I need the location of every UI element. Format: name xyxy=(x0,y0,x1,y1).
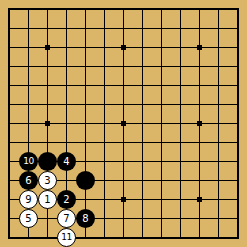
board-intersection[interactable] xyxy=(152,209,171,228)
white-stone: 3 xyxy=(38,171,57,190)
board-intersection[interactable] xyxy=(76,152,95,171)
board-intersection[interactable] xyxy=(57,38,76,57)
board-intersection[interactable] xyxy=(190,76,209,95)
board-intersection[interactable] xyxy=(57,114,76,133)
board-intersection[interactable] xyxy=(0,76,19,95)
board-intersection[interactable] xyxy=(95,133,114,152)
board-intersection[interactable] xyxy=(38,133,57,152)
board-intersection[interactable] xyxy=(190,228,209,247)
board-intersection[interactable] xyxy=(19,0,38,19)
board-intersection[interactable] xyxy=(228,152,247,171)
board-intersection[interactable] xyxy=(152,19,171,38)
board-intersection[interactable] xyxy=(95,171,114,190)
board-intersection[interactable] xyxy=(152,171,171,190)
board-intersection[interactable] xyxy=(0,38,19,57)
move-number: 3 xyxy=(44,176,50,186)
black-stone: 10 xyxy=(19,152,38,171)
board-intersection[interactable] xyxy=(190,133,209,152)
board-intersection[interactable] xyxy=(38,38,57,57)
move-number: 10 xyxy=(23,157,33,166)
board-intersection[interactable] xyxy=(95,114,114,133)
move-number: 2 xyxy=(63,195,69,205)
board-intersection[interactable] xyxy=(228,76,247,95)
board-intersection[interactable] xyxy=(228,190,247,209)
board-intersection[interactable] xyxy=(57,76,76,95)
board-intersection[interactable] xyxy=(0,95,19,114)
board-intersection[interactable]: 5 xyxy=(19,209,38,228)
board-intersection[interactable] xyxy=(76,171,95,190)
hoshi-point xyxy=(121,121,126,126)
white-stone: 7 xyxy=(57,209,76,228)
board-intersection[interactable]: 3 xyxy=(38,171,57,190)
board-intersection[interactable] xyxy=(76,76,95,95)
board-intersection[interactable] xyxy=(76,95,95,114)
board-intersection[interactable] xyxy=(19,57,38,76)
board-intersection[interactable] xyxy=(114,171,133,190)
board-intersection[interactable] xyxy=(19,76,38,95)
black-stone: 6 xyxy=(19,171,38,190)
move-number: 8 xyxy=(82,214,88,224)
board-intersection[interactable] xyxy=(95,76,114,95)
board-intersection[interactable] xyxy=(114,38,133,57)
board-intersection[interactable] xyxy=(0,209,19,228)
board-intersection[interactable] xyxy=(57,19,76,38)
board-intersection[interactable] xyxy=(228,228,247,247)
board-intersection[interactable] xyxy=(228,0,247,19)
board-intersection[interactable] xyxy=(76,19,95,38)
board-intersection[interactable] xyxy=(133,171,152,190)
board-intersection[interactable] xyxy=(171,95,190,114)
board-intersection[interactable] xyxy=(171,152,190,171)
board-intersection[interactable] xyxy=(133,95,152,114)
board-intersection[interactable] xyxy=(38,228,57,247)
board-intersection[interactable] xyxy=(152,76,171,95)
board-intersection[interactable] xyxy=(38,76,57,95)
board-intersection[interactable] xyxy=(76,38,95,57)
board-intersection[interactable] xyxy=(209,228,228,247)
black-stone xyxy=(38,152,57,171)
board-intersection[interactable] xyxy=(152,114,171,133)
board-intersection[interactable] xyxy=(38,0,57,19)
hoshi-point xyxy=(197,197,202,202)
board-intersection[interactable] xyxy=(19,95,38,114)
move-number: 6 xyxy=(25,176,31,186)
board-intersection[interactable] xyxy=(133,19,152,38)
board-intersection[interactable] xyxy=(190,114,209,133)
board-intersection[interactable] xyxy=(114,133,133,152)
white-stone: 11 xyxy=(57,228,76,247)
board-intersection[interactable] xyxy=(171,190,190,209)
board-intersection[interactable] xyxy=(171,114,190,133)
board-intersection[interactable] xyxy=(228,95,247,114)
board-intersection[interactable] xyxy=(95,228,114,247)
board-intersection[interactable] xyxy=(190,38,209,57)
board-intersection[interactable] xyxy=(133,0,152,19)
board-intersection[interactable] xyxy=(171,57,190,76)
board-intersection[interactable] xyxy=(114,57,133,76)
board-intersection[interactable] xyxy=(76,133,95,152)
board-intersection[interactable] xyxy=(133,76,152,95)
board-intersection[interactable]: 6 xyxy=(19,171,38,190)
move-number: 9 xyxy=(25,195,31,205)
board-intersection[interactable] xyxy=(0,57,19,76)
board-intersection[interactable] xyxy=(95,209,114,228)
board-intersection[interactable] xyxy=(209,0,228,19)
board-intersection[interactable] xyxy=(152,38,171,57)
board-intersection[interactable] xyxy=(171,228,190,247)
board-intersection[interactable] xyxy=(190,152,209,171)
board-intersection[interactable] xyxy=(171,38,190,57)
board-intersection[interactable] xyxy=(152,133,171,152)
board-intersection[interactable] xyxy=(0,19,19,38)
board-intersection[interactable] xyxy=(190,190,209,209)
board-intersection[interactable] xyxy=(19,133,38,152)
black-stone: 2 xyxy=(57,190,76,209)
hoshi-point xyxy=(197,121,202,126)
board-intersection[interactable]: 11 xyxy=(57,228,76,247)
board-intersection[interactable] xyxy=(209,95,228,114)
board-intersection[interactable] xyxy=(57,133,76,152)
board-intersection[interactable] xyxy=(228,209,247,228)
board-intersection[interactable] xyxy=(209,114,228,133)
white-stone: 5 xyxy=(19,209,38,228)
board-intersection[interactable] xyxy=(114,95,133,114)
board-intersection[interactable] xyxy=(95,95,114,114)
board-intersection[interactable] xyxy=(190,19,209,38)
board-intersection[interactable] xyxy=(114,19,133,38)
white-stone: 1 xyxy=(38,190,57,209)
board-intersection[interactable] xyxy=(76,114,95,133)
black-stone xyxy=(76,171,95,190)
board-intersection[interactable] xyxy=(95,19,114,38)
board-intersection[interactable] xyxy=(228,171,247,190)
board-intersection[interactable] xyxy=(133,228,152,247)
board-intersection[interactable] xyxy=(228,38,247,57)
board-intersection[interactable] xyxy=(76,0,95,19)
board-intersection[interactable] xyxy=(209,171,228,190)
board-intersection[interactable] xyxy=(133,152,152,171)
board-intersection[interactable] xyxy=(114,114,133,133)
board-intersection[interactable] xyxy=(114,190,133,209)
board-intersection[interactable] xyxy=(190,57,209,76)
board-intersection[interactable] xyxy=(114,0,133,19)
hoshi-point xyxy=(45,121,50,126)
board-intersection[interactable] xyxy=(152,152,171,171)
board-intersection[interactable] xyxy=(133,133,152,152)
board-intersection[interactable] xyxy=(76,228,95,247)
board-intersection[interactable] xyxy=(209,38,228,57)
board-intersection[interactable] xyxy=(171,76,190,95)
board-intersection[interactable] xyxy=(190,171,209,190)
board-intersection[interactable] xyxy=(133,190,152,209)
board-intersection[interactable] xyxy=(190,95,209,114)
hoshi-point xyxy=(121,197,126,202)
board-intersection[interactable] xyxy=(95,190,114,209)
board-intersection[interactable] xyxy=(95,57,114,76)
board-intersection[interactable] xyxy=(19,19,38,38)
hoshi-point xyxy=(45,45,50,50)
hoshi-point xyxy=(197,45,202,50)
move-number: 11 xyxy=(61,233,71,242)
board-intersection[interactable] xyxy=(171,209,190,228)
board-intersection[interactable] xyxy=(133,57,152,76)
board-intersection[interactable] xyxy=(209,76,228,95)
board-intersection[interactable] xyxy=(228,19,247,38)
board-intersection[interactable] xyxy=(114,209,133,228)
board-intersection[interactable] xyxy=(0,152,19,171)
board-intersection[interactable] xyxy=(133,114,152,133)
board-intersection[interactable] xyxy=(38,19,57,38)
board-intersection[interactable] xyxy=(209,152,228,171)
board-intersection[interactable]: 2 xyxy=(57,190,76,209)
board-intersection[interactable] xyxy=(152,57,171,76)
board-intersection[interactable] xyxy=(95,0,114,19)
board-intersection[interactable]: 10 xyxy=(19,152,38,171)
board-intersection[interactable] xyxy=(38,152,57,171)
board-intersection[interactable] xyxy=(114,228,133,247)
board-intersection[interactable] xyxy=(114,76,133,95)
board-intersection[interactable] xyxy=(133,38,152,57)
board-intersection[interactable] xyxy=(152,190,171,209)
board-intersection[interactable] xyxy=(209,133,228,152)
board-intersection[interactable] xyxy=(95,152,114,171)
board-intersection[interactable] xyxy=(171,133,190,152)
board-intersection[interactable]: 7 xyxy=(57,209,76,228)
board-intersection[interactable] xyxy=(190,209,209,228)
black-stone: 4 xyxy=(57,152,76,171)
board-intersection[interactable]: 9 xyxy=(19,190,38,209)
board-intersection[interactable] xyxy=(171,171,190,190)
board-intersection[interactable] xyxy=(57,57,76,76)
board-intersection[interactable] xyxy=(0,0,19,19)
board-intersection[interactable] xyxy=(95,38,114,57)
board-intersection[interactable]: 8 xyxy=(76,209,95,228)
go-board: 1046391257811 xyxy=(0,0,247,247)
board-intersection[interactable] xyxy=(38,114,57,133)
board-intersection[interactable] xyxy=(0,114,19,133)
board-intersection[interactable] xyxy=(228,114,247,133)
board-intersection[interactable] xyxy=(152,95,171,114)
board-intersection[interactable] xyxy=(133,209,152,228)
hoshi-point xyxy=(121,45,126,50)
white-stone: 9 xyxy=(19,190,38,209)
board-intersection[interactable] xyxy=(76,57,95,76)
board-intersection[interactable]: 1 xyxy=(38,190,57,209)
board-intersection[interactable] xyxy=(19,38,38,57)
board-intersection[interactable] xyxy=(19,114,38,133)
board-intersection[interactable] xyxy=(209,209,228,228)
board-intersection[interactable] xyxy=(171,0,190,19)
board-intersection[interactable] xyxy=(0,133,19,152)
board-intersection[interactable] xyxy=(228,57,247,76)
move-number: 5 xyxy=(25,214,31,224)
move-number: 1 xyxy=(44,195,50,205)
board-intersection[interactable] xyxy=(57,171,76,190)
board-intersection[interactable] xyxy=(0,190,19,209)
board-intersection[interactable] xyxy=(57,95,76,114)
board-intersection[interactable] xyxy=(228,133,247,152)
move-number: 4 xyxy=(63,157,69,167)
board-intersection[interactable] xyxy=(38,95,57,114)
board-intersection[interactable] xyxy=(0,228,19,247)
board-intersection[interactable] xyxy=(209,19,228,38)
board-intersection[interactable] xyxy=(190,0,209,19)
board-intersection[interactable]: 4 xyxy=(57,152,76,171)
board-intersection[interactable] xyxy=(19,228,38,247)
board-intersection[interactable] xyxy=(38,209,57,228)
board-intersection[interactable] xyxy=(209,190,228,209)
board-intersection[interactable] xyxy=(209,57,228,76)
board-intersection[interactable] xyxy=(0,171,19,190)
board-intersection[interactable] xyxy=(152,228,171,247)
board-intersection[interactable] xyxy=(76,190,95,209)
board-intersection[interactable] xyxy=(114,152,133,171)
black-stone: 8 xyxy=(76,209,95,228)
board-intersection[interactable] xyxy=(38,57,57,76)
move-number: 7 xyxy=(63,214,69,224)
board-intersection[interactable] xyxy=(152,0,171,19)
board-intersection[interactable] xyxy=(57,0,76,19)
board-intersection[interactable] xyxy=(171,19,190,38)
